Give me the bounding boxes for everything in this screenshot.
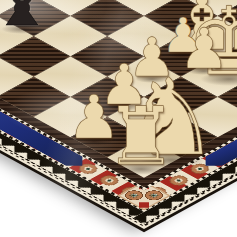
black-bishop[interactable]: ♝ — [0, 0, 56, 30]
photo-chess-scene: ♝♟♜♞♟♟♟♟♝♚ — [0, 0, 237, 237]
white-rook-glyph: ♜ — [101, 104, 181, 170]
black-bishop-glyph: ♝ — [0, 0, 56, 30]
pieces-layer: ♝♟♜♞♟♟♟♟♝♚ — [0, 0, 237, 237]
white-rook-a1[interactable]: ♜ — [101, 104, 181, 170]
